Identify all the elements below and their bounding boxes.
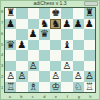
square-d2[interactable] bbox=[39, 71, 50, 82]
piece-black-knight-d7[interactable]: ♞ bbox=[40, 19, 49, 29]
square-d7[interactable]: ♞ bbox=[39, 19, 50, 30]
square-h8[interactable]: ♜ bbox=[84, 8, 95, 19]
square-h5[interactable] bbox=[84, 40, 95, 51]
square-e6[interactable] bbox=[50, 29, 61, 40]
square-a1[interactable]: ♖ bbox=[5, 82, 16, 93]
square-a7[interactable]: ♟ bbox=[5, 19, 16, 30]
square-h7[interactable]: ♟ bbox=[84, 19, 95, 30]
piece-white-king-e1[interactable]: ♔ bbox=[51, 82, 60, 92]
file-label-h: h bbox=[85, 93, 97, 100]
piece-white-pawn-a2[interactable]: ♙ bbox=[6, 71, 15, 81]
piece-black-queen-a5[interactable]: ♛ bbox=[6, 40, 15, 50]
square-b4[interactable] bbox=[16, 50, 27, 61]
file-label-a: a bbox=[4, 93, 16, 100]
file-label-c: c bbox=[27, 93, 39, 100]
piece-white-pawn-g2[interactable]: ♙ bbox=[74, 71, 83, 81]
square-e4[interactable] bbox=[50, 50, 61, 61]
piece-black-pawn-c6[interactable]: ♟ bbox=[29, 29, 38, 39]
square-g4[interactable] bbox=[73, 50, 84, 61]
square-a2[interactable]: ♙ bbox=[5, 71, 16, 82]
piece-black-queen-d6[interactable]: ♛ bbox=[40, 29, 49, 39]
square-d5[interactable] bbox=[39, 40, 50, 51]
square-g6[interactable] bbox=[73, 29, 84, 40]
piece-black-rook-a8[interactable]: ♜ bbox=[6, 8, 15, 18]
square-b5[interactable]: ♟ bbox=[16, 40, 27, 51]
square-d6[interactable]: ♛ bbox=[39, 29, 50, 40]
square-c3[interactable]: ♙ bbox=[28, 61, 39, 72]
file-label-g: g bbox=[73, 93, 85, 100]
square-g2[interactable]: ♙ bbox=[73, 71, 84, 82]
square-g3[interactable] bbox=[73, 61, 84, 72]
square-h6[interactable] bbox=[84, 29, 95, 40]
square-f2[interactable] bbox=[61, 71, 72, 82]
piece-white-knight-g1[interactable]: ♘ bbox=[74, 82, 83, 92]
piece-white-pawn-b2[interactable]: ♙ bbox=[17, 71, 26, 81]
square-a5[interactable]: ♛ bbox=[5, 40, 16, 51]
square-a4[interactable] bbox=[5, 50, 16, 61]
square-b3[interactable] bbox=[16, 61, 27, 72]
piece-black-bishop-f5[interactable]: ♝ bbox=[62, 40, 71, 50]
square-b2[interactable]: ♙ bbox=[16, 71, 27, 82]
square-d4[interactable] bbox=[39, 50, 50, 61]
square-c7[interactable] bbox=[28, 19, 39, 30]
square-g7[interactable]: ♟ bbox=[73, 19, 84, 30]
square-e2[interactable]: ♙ bbox=[50, 71, 61, 82]
square-g8[interactable] bbox=[73, 8, 84, 19]
square-a8[interactable]: ♜ bbox=[5, 8, 16, 19]
square-e5[interactable] bbox=[50, 40, 61, 51]
square-g1[interactable]: ♘ bbox=[73, 82, 84, 93]
square-b7[interactable] bbox=[16, 19, 27, 30]
square-h2[interactable]: ♙ bbox=[84, 71, 95, 82]
file-labels: abcdefgh bbox=[4, 93, 96, 100]
square-d8[interactable] bbox=[39, 8, 50, 19]
piece-black-pawn-b5[interactable]: ♟ bbox=[17, 40, 26, 50]
piece-white-pawn-f3[interactable]: ♙ bbox=[62, 61, 71, 71]
square-f4[interactable] bbox=[61, 50, 72, 61]
square-f5[interactable]: ♝ bbox=[61, 40, 72, 51]
piece-white-pawn-h2[interactable]: ♙ bbox=[85, 71, 94, 81]
square-e1[interactable]: ♔ bbox=[50, 82, 61, 93]
square-c5[interactable] bbox=[28, 40, 39, 51]
file-label-e: e bbox=[50, 93, 62, 100]
square-f6[interactable] bbox=[61, 29, 72, 40]
square-a6[interactable] bbox=[5, 29, 16, 40]
piece-black-king-e8[interactable]: ♚ bbox=[51, 8, 60, 18]
app-window: adiChess v 1.3 87654321 ♜♚♜♟♞♞♟♟♟♟♛♛♟♝♙♙… bbox=[0, 0, 100, 100]
piece-white-rook-h1[interactable]: ♖ bbox=[85, 82, 94, 92]
square-f8[interactable] bbox=[61, 8, 72, 19]
square-b1[interactable] bbox=[16, 82, 27, 93]
piece-black-knight-e7[interactable]: ♞ bbox=[51, 19, 60, 29]
file-label-d: d bbox=[39, 93, 51, 100]
square-f3[interactable]: ♙ bbox=[61, 61, 72, 72]
square-g5[interactable] bbox=[73, 40, 84, 51]
square-h1[interactable]: ♖ bbox=[84, 82, 95, 93]
square-a3[interactable] bbox=[5, 61, 16, 72]
piece-black-pawn-g7[interactable]: ♟ bbox=[74, 19, 83, 29]
square-d1[interactable] bbox=[39, 82, 50, 93]
piece-black-pawn-a7[interactable]: ♟ bbox=[6, 19, 15, 29]
file-label-f: f bbox=[62, 93, 74, 100]
square-b6[interactable] bbox=[16, 29, 27, 40]
square-c6[interactable]: ♟ bbox=[28, 29, 39, 40]
piece-white-pawn-c3[interactable]: ♙ bbox=[29, 61, 38, 71]
square-f7[interactable]: ♟ bbox=[61, 19, 72, 30]
title-bar: adiChess v 1.3 bbox=[0, 0, 100, 7]
square-d3[interactable] bbox=[39, 61, 50, 72]
chess-board[interactable]: ♜♚♜♟♞♞♟♟♟♟♛♛♟♝♙♙♙♙♙♙♙♖♗♔♘♖ bbox=[4, 7, 96, 93]
square-c8[interactable] bbox=[28, 8, 39, 19]
square-h4[interactable] bbox=[84, 50, 95, 61]
square-c2[interactable] bbox=[28, 71, 39, 82]
piece-black-pawn-h7[interactable]: ♟ bbox=[85, 19, 94, 29]
titlebar-menu-button[interactable] bbox=[84, 1, 98, 6]
square-b8[interactable] bbox=[16, 8, 27, 19]
app-title: adiChess v 1.3 bbox=[33, 0, 66, 7]
square-f1[interactable] bbox=[61, 82, 72, 93]
piece-white-pawn-e2[interactable]: ♙ bbox=[51, 71, 60, 81]
square-h3[interactable] bbox=[84, 61, 95, 72]
piece-black-pawn-f7[interactable]: ♟ bbox=[62, 19, 71, 29]
square-e7[interactable]: ♞ bbox=[50, 19, 61, 30]
square-c1[interactable]: ♗ bbox=[28, 82, 39, 93]
piece-white-rook-a1[interactable]: ♖ bbox=[6, 82, 15, 92]
file-label-b: b bbox=[16, 93, 28, 100]
piece-white-bishop-c1[interactable]: ♗ bbox=[29, 82, 38, 92]
square-e3[interactable] bbox=[50, 61, 61, 72]
square-e8[interactable]: ♚ bbox=[50, 8, 61, 19]
square-c4[interactable] bbox=[28, 50, 39, 61]
piece-black-rook-h8[interactable]: ♜ bbox=[85, 8, 94, 18]
